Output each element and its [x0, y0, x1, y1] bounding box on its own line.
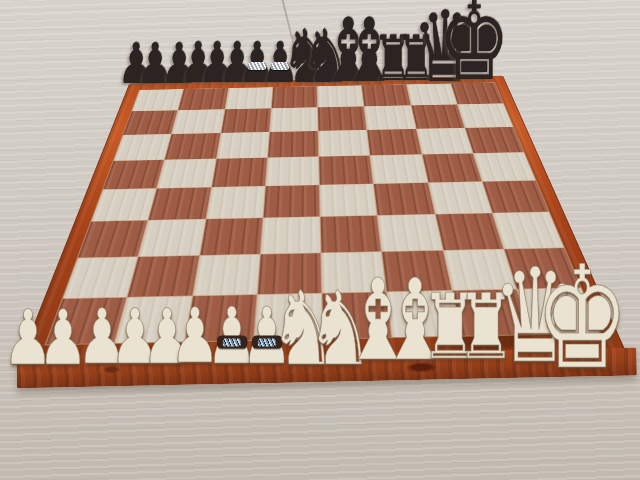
piece-black-king-16[interactable]: ♚ [438, 0, 510, 96]
photo-of-chess-set: ♟♟♟♟♟♟♟♟♞♞♝♝♜♜♛♚♟♟♟♟♟♟♟♟♞♞♝♝♜♜♛♚ [0, 0, 640, 480]
pieces-layer: ♟♟♟♟♟♟♟♟♞♞♝♝♜♜♛♚♟♟♟♟♟♟♟♟♞♞♝♝♜♜♛♚ [0, 0, 640, 480]
piece-white-king-16[interactable]: ♚ [535, 247, 629, 389]
